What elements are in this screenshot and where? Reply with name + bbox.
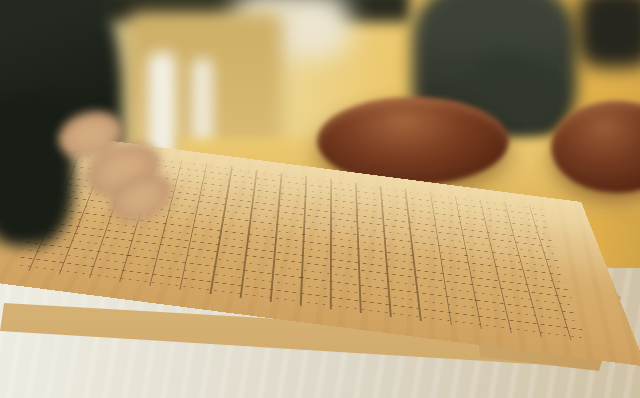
- background-figure: [578, 0, 640, 68]
- go-game-photo: ●●●●●●●●●●●●●●●●●●●●●●●●●●●: [0, 0, 640, 398]
- player-sleeve: [0, 96, 74, 246]
